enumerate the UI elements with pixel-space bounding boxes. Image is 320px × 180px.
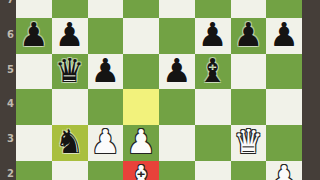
square-e7[interactable] bbox=[159, 18, 195, 54]
square-b3[interactable] bbox=[52, 161, 88, 180]
square-a4[interactable] bbox=[16, 125, 52, 161]
square-f6[interactable]: ♝ bbox=[195, 54, 231, 90]
square-c7[interactable] bbox=[88, 18, 124, 54]
square-f3[interactable] bbox=[195, 161, 231, 180]
square-c5[interactable] bbox=[88, 89, 124, 125]
square-d8[interactable] bbox=[123, 0, 159, 18]
black-pawn-h7[interactable]: ♟ bbox=[269, 18, 299, 51]
right-letterbox bbox=[302, 0, 320, 180]
rank-label-7: 7 bbox=[0, 0, 14, 6]
white-pawn-c4[interactable]: ♟ bbox=[91, 125, 121, 158]
black-pawn-e6[interactable]: ♟ bbox=[162, 54, 192, 87]
black-pawn-a7[interactable]: ♟ bbox=[19, 18, 49, 51]
square-a3[interactable] bbox=[16, 161, 52, 180]
square-g7[interactable]: ♟ bbox=[231, 18, 267, 54]
square-c4[interactable]: ♟ bbox=[88, 125, 124, 161]
rank-label-2: 2 bbox=[0, 167, 14, 180]
white-queen-g4[interactable]: ♛ bbox=[234, 125, 264, 158]
white-pawn-h3[interactable]: ♟ bbox=[269, 161, 299, 180]
square-h4[interactable] bbox=[266, 125, 302, 161]
rank-label-6: 6 bbox=[0, 28, 14, 41]
square-e8[interactable] bbox=[159, 0, 195, 18]
square-c3[interactable] bbox=[88, 161, 124, 180]
black-pawn-c6[interactable]: ♟ bbox=[91, 54, 121, 87]
square-h6[interactable] bbox=[266, 54, 302, 90]
chess-app-screenshot: 765432 ♟♟♟♟♟♛♟♟♝♞♟♟♛♝♟♟♟♟♟ bbox=[0, 0, 320, 180]
square-f4[interactable] bbox=[195, 125, 231, 161]
square-d4[interactable]: ♟ bbox=[123, 125, 159, 161]
square-h7[interactable]: ♟ bbox=[266, 18, 302, 54]
square-b6[interactable]: ♛ bbox=[52, 54, 88, 90]
square-a7[interactable]: ♟ bbox=[16, 18, 52, 54]
black-pawn-g7[interactable]: ♟ bbox=[234, 18, 264, 51]
square-b7[interactable]: ♟ bbox=[52, 18, 88, 54]
rank-labels: 765432 bbox=[0, 0, 16, 180]
rank-label-5: 5 bbox=[0, 63, 14, 76]
square-g6[interactable] bbox=[231, 54, 267, 90]
square-d3[interactable]: ♝ bbox=[123, 161, 159, 180]
square-a5[interactable] bbox=[16, 89, 52, 125]
square-e5[interactable] bbox=[159, 89, 195, 125]
black-pawn-f7[interactable]: ♟ bbox=[198, 18, 228, 51]
square-e3[interactable] bbox=[159, 161, 195, 180]
rank-label-3: 3 bbox=[0, 132, 14, 145]
chess-board: ♟♟♟♟♟♛♟♟♝♞♟♟♛♝♟♟♟♟♟ bbox=[16, 0, 302, 180]
square-d5[interactable] bbox=[123, 89, 159, 125]
square-c8[interactable] bbox=[88, 0, 124, 18]
white-bishop-d3[interactable]: ♝ bbox=[126, 161, 156, 180]
square-f7[interactable]: ♟ bbox=[195, 18, 231, 54]
square-d7[interactable] bbox=[123, 18, 159, 54]
square-b5[interactable] bbox=[52, 89, 88, 125]
square-e4[interactable] bbox=[159, 125, 195, 161]
square-f5[interactable] bbox=[195, 89, 231, 125]
black-bishop-f6[interactable]: ♝ bbox=[198, 54, 228, 87]
square-h5[interactable] bbox=[266, 89, 302, 125]
square-g4[interactable]: ♛ bbox=[231, 125, 267, 161]
square-g5[interactable] bbox=[231, 89, 267, 125]
square-g3[interactable] bbox=[231, 161, 267, 180]
black-pawn-b7[interactable]: ♟ bbox=[55, 18, 85, 51]
black-knight-b4[interactable]: ♞ bbox=[55, 125, 85, 158]
square-e6[interactable]: ♟ bbox=[159, 54, 195, 90]
square-a6[interactable] bbox=[16, 54, 52, 90]
square-h3[interactable]: ♟ bbox=[266, 161, 302, 180]
square-d6[interactable] bbox=[123, 54, 159, 90]
square-b4[interactable]: ♞ bbox=[52, 125, 88, 161]
square-c6[interactable]: ♟ bbox=[88, 54, 124, 90]
white-pawn-d4[interactable]: ♟ bbox=[126, 125, 156, 158]
rank-label-4: 4 bbox=[0, 97, 14, 110]
black-queen-b6[interactable]: ♛ bbox=[55, 54, 85, 87]
